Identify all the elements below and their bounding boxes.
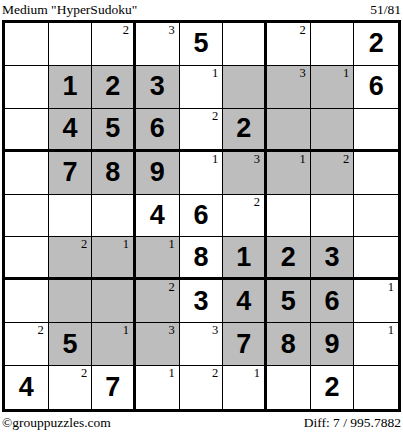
pencil-mark: 2	[37, 323, 43, 337]
cell-r7c9[interactable]: 1	[354, 280, 398, 323]
cell-r7c7[interactable]: 5	[267, 280, 311, 323]
pencil-mark: 1	[212, 152, 218, 166]
given-digit: 6	[369, 73, 384, 100]
pencil-mark: 2	[123, 23, 129, 37]
cell-r2c5[interactable]: 1	[180, 66, 224, 109]
footer-bar: ©grouppuzzles.com Diff: 7 / 995.7882	[0, 412, 403, 434]
given-digit: 8	[193, 244, 208, 271]
pencil-mark: 2	[343, 152, 349, 166]
given-digit: 2	[105, 73, 120, 100]
cell-r6c1[interactable]	[5, 237, 49, 280]
cell-r4c1[interactable]	[5, 152, 49, 195]
given-digit: 5	[281, 288, 296, 315]
cell-r4c9[interactable]	[354, 152, 398, 195]
pencil-mark: 1	[343, 66, 349, 80]
given-digit: 4	[150, 202, 165, 229]
pencil-mark: 3	[212, 323, 218, 337]
given-digit: 2	[324, 374, 339, 401]
given-digit: 7	[62, 159, 77, 186]
cell-r2c3[interactable]: 2	[92, 66, 136, 109]
cell-r6c5[interactable]: 8	[180, 237, 224, 280]
cell-r6c6[interactable]: 1	[223, 237, 267, 280]
given-digit: 2	[236, 115, 251, 142]
pencil-mark: 1	[254, 366, 260, 380]
given-digit: 8	[281, 331, 296, 358]
cell-r7c8[interactable]: 6	[311, 280, 355, 323]
cell-r4c4[interactable]: 9	[136, 152, 180, 195]
pencil-mark: 1	[168, 366, 174, 380]
given-digit: 2	[369, 30, 384, 57]
cell-r6c2[interactable]: 2	[49, 237, 93, 280]
pencil-mark: 2	[212, 109, 218, 123]
cell-r4c7[interactable]: 1	[267, 152, 311, 195]
cell-r3c4[interactable]: 6	[136, 109, 180, 152]
pencil-mark: 3	[254, 152, 260, 166]
cell-r4c6[interactable]: 3	[223, 152, 267, 195]
cell-r8c5[interactable]: 3	[180, 323, 224, 366]
cell-r7c1[interactable]	[5, 280, 49, 323]
copyright-text: ©grouppuzzles.com	[2, 415, 111, 431]
pencil-mark: 2	[299, 23, 305, 37]
cell-r8c2[interactable]: 5	[49, 323, 93, 366]
cell-r8c1[interactable]: 2	[5, 323, 49, 366]
cell-r6c9[interactable]	[354, 237, 398, 280]
cell-r8c8[interactable]: 9	[311, 323, 355, 366]
cell-r3c5[interactable]: 2	[180, 109, 224, 152]
cell-r8c7[interactable]: 8	[267, 323, 311, 366]
cell-r7c2[interactable]	[49, 280, 93, 323]
given-digit: 1	[236, 244, 251, 271]
cell-r2c7[interactable]: 3	[267, 66, 311, 109]
cell-r3c7[interactable]	[267, 109, 311, 152]
pencil-mark: 2	[81, 237, 87, 251]
cell-r5c8[interactable]	[311, 195, 355, 238]
cell-r3c6[interactable]: 2	[223, 109, 267, 152]
cell-r9c6[interactable]: 1	[223, 366, 267, 409]
cell-r2c2[interactable]: 1	[49, 66, 93, 109]
cell-r3c9[interactable]	[354, 109, 398, 152]
given-digit: 4	[19, 374, 34, 401]
given-digit: 4	[236, 288, 251, 315]
given-digit: 3	[150, 73, 165, 100]
pencil-mark: 2	[254, 195, 260, 209]
cell-r1c6[interactable]	[223, 23, 267, 66]
cell-r8c9[interactable]: 1	[354, 323, 398, 366]
sudoku-board: 2352212313164562278913124622118123234561…	[2, 20, 401, 412]
cell-r9c9[interactable]	[354, 366, 398, 409]
cell-r4c3[interactable]: 8	[92, 152, 136, 195]
cell-r5c2[interactable]	[49, 195, 93, 238]
cell-r6c7[interactable]: 2	[267, 237, 311, 280]
given-digit: 5	[193, 30, 208, 57]
cell-r8c3[interactable]: 1	[92, 323, 136, 366]
pencil-mark: 1	[299, 152, 305, 166]
pencil-mark: 3	[168, 323, 174, 337]
given-digit: 7	[236, 331, 251, 358]
given-digit: 3	[324, 244, 339, 271]
puzzle-title: Medium "HyperSudoku"	[2, 2, 137, 18]
given-digit: 6	[324, 288, 339, 315]
given-digit: 5	[105, 115, 120, 142]
header-bar: Medium "HyperSudoku" 51/81	[0, 0, 403, 20]
cell-r5c7[interactable]	[267, 195, 311, 238]
cell-r1c5[interactable]: 5	[180, 23, 224, 66]
pencil-mark: 1	[168, 237, 174, 251]
cell-r9c4[interactable]: 1	[136, 366, 180, 409]
cell-r7c5[interactable]: 3	[180, 280, 224, 323]
pencil-mark: 3	[168, 23, 174, 37]
difficulty-text: Diff: 7 / 995.7882	[304, 415, 401, 431]
cell-r9c3[interactable]: 7	[92, 366, 136, 409]
pencil-mark: 3	[299, 66, 305, 80]
cell-r8c6[interactable]: 7	[223, 323, 267, 366]
cell-r5c6[interactable]: 2	[223, 195, 267, 238]
cell-r1c8[interactable]	[311, 23, 355, 66]
cell-r1c1[interactable]	[5, 23, 49, 66]
cell-r3c1[interactable]	[5, 109, 49, 152]
cell-r1c4[interactable]: 3	[136, 23, 180, 66]
cell-r6c4[interactable]: 1	[136, 237, 180, 280]
given-digit: 7	[105, 374, 120, 401]
progress-counter: 51/81	[370, 2, 401, 18]
cell-r1c7[interactable]: 2	[267, 23, 311, 66]
given-digit: 8	[105, 159, 120, 186]
cell-r1c2[interactable]	[49, 23, 93, 66]
cell-r9c8[interactable]: 2	[311, 366, 355, 409]
cell-r9c7[interactable]	[267, 366, 311, 409]
pencil-mark: 2	[81, 366, 87, 380]
cell-r9c5[interactable]: 2	[180, 366, 224, 409]
cell-r9c1[interactable]: 4	[5, 366, 49, 409]
cell-r2c1[interactable]	[5, 66, 49, 109]
given-digit: 9	[150, 159, 165, 186]
given-digit: 6	[193, 202, 208, 229]
given-digit: 1	[62, 73, 77, 100]
cell-r5c5[interactable]: 6	[180, 195, 224, 238]
pencil-mark: 1	[123, 323, 129, 337]
cell-r7c6[interactable]: 4	[223, 280, 267, 323]
cell-r2c8[interactable]: 1	[311, 66, 355, 109]
given-digit: 3	[193, 288, 208, 315]
cell-r3c8[interactable]	[311, 109, 355, 152]
cell-r4c8[interactable]: 2	[311, 152, 355, 195]
cell-r3c2[interactable]: 4	[49, 109, 93, 152]
cell-r4c5[interactable]: 1	[180, 152, 224, 195]
cell-r2c4[interactable]: 3	[136, 66, 180, 109]
cell-r1c9[interactable]: 2	[354, 23, 398, 66]
given-digit: 5	[62, 331, 77, 358]
cell-r1c3[interactable]: 2	[92, 23, 136, 66]
cell-r8c4[interactable]: 3	[136, 323, 180, 366]
cell-r7c4[interactable]: 2	[136, 280, 180, 323]
cell-r5c1[interactable]	[5, 195, 49, 238]
pencil-mark: 1	[388, 323, 394, 337]
cell-r2c6[interactable]	[223, 66, 267, 109]
pencil-mark: 1	[123, 237, 129, 251]
pencil-mark: 2	[168, 280, 174, 294]
given-digit: 2	[281, 244, 296, 271]
cell-r3c3[interactable]: 5	[92, 109, 136, 152]
cell-r7c3[interactable]	[92, 280, 136, 323]
cell-r4c2[interactable]: 7	[49, 152, 93, 195]
cell-r6c8[interactable]: 3	[311, 237, 355, 280]
given-digit: 9	[324, 331, 339, 358]
cell-r9c2[interactable]: 2	[49, 366, 93, 409]
cell-r6c3[interactable]: 1	[92, 237, 136, 280]
cell-r2c9[interactable]: 6	[354, 66, 398, 109]
hypersudoku-page: Medium "HyperSudoku" 51/81 2352212313164…	[0, 0, 403, 437]
pencil-mark: 1	[388, 280, 394, 294]
cell-r5c9[interactable]	[354, 195, 398, 238]
given-digit: 6	[150, 115, 165, 142]
given-digit: 4	[62, 115, 77, 142]
cell-r5c3[interactable]	[92, 195, 136, 238]
pencil-mark: 1	[212, 66, 218, 80]
pencil-mark: 2	[212, 366, 218, 380]
cell-r5c4[interactable]: 4	[136, 195, 180, 238]
